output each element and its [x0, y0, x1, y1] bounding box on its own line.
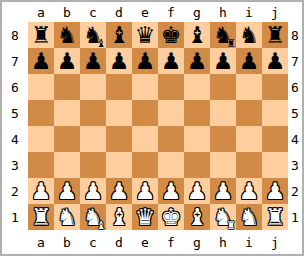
rank-label-2-right: 2 [288, 178, 302, 204]
square-g4[interactable] [184, 126, 210, 152]
rank-label-6-left: 6 [2, 74, 28, 100]
rank-label-6-right: 6 [288, 74, 302, 100]
piece-white-pawn: ♟ [187, 178, 208, 204]
square-g5[interactable] [184, 100, 210, 126]
file-label-i-top: i [236, 2, 262, 22]
square-e7[interactable]: ♟ [132, 48, 158, 74]
corner-top-left [2, 2, 28, 22]
square-a3[interactable] [28, 152, 54, 178]
corner-bottom-right [288, 230, 302, 254]
square-b2[interactable]: ♟ [54, 178, 80, 204]
rank-label-3-left: 3 [2, 152, 28, 178]
square-b5[interactable] [54, 100, 80, 126]
file-label-f-top: f [158, 2, 184, 22]
piece-black-pawn: ♟ [135, 48, 156, 74]
piece-black-knight: ♞ [57, 22, 78, 48]
square-c3[interactable] [80, 152, 106, 178]
square-f2[interactable]: ♟ [158, 178, 184, 204]
square-i8[interactable]: ♞ [236, 22, 262, 48]
file-label-b-top: b [54, 2, 80, 22]
square-e3[interactable] [132, 152, 158, 178]
file-label-c-top: c [80, 2, 106, 22]
chessboard-diagram: abcdefghij8♜♞♞♝♝♛♚♝♞♜♞♜87♟♟♟♟♟♟♟♟♟♟76655… [0, 0, 304, 256]
piece-white-bishop: ♝ [187, 204, 208, 230]
piece-white-pawn: ♟ [31, 178, 52, 204]
corner-bottom-left [2, 230, 28, 254]
rank-label-8-right: 8 [288, 22, 302, 48]
square-h3[interactable] [210, 152, 236, 178]
square-j7[interactable]: ♟ [262, 48, 288, 74]
file-label-a-top: a [28, 2, 54, 22]
file-label-b-bottom: b [54, 230, 80, 254]
square-b3[interactable] [54, 152, 80, 178]
piece-white-queen: ♛ [135, 204, 156, 230]
square-f8[interactable]: ♚ [158, 22, 184, 48]
square-a2[interactable]: ♟ [28, 178, 54, 204]
file-label-a-bottom: a [28, 230, 54, 254]
square-d3[interactable] [106, 152, 132, 178]
square-d7[interactable]: ♟ [106, 48, 132, 74]
square-e4[interactable] [132, 126, 158, 152]
square-e2[interactable]: ♟ [132, 178, 158, 204]
square-e5[interactable] [132, 100, 158, 126]
rank-label-5-left: 5 [2, 100, 28, 126]
square-c5[interactable] [80, 100, 106, 126]
square-b4[interactable] [54, 126, 80, 152]
square-c4[interactable] [80, 126, 106, 152]
square-i2[interactable]: ♟ [236, 178, 262, 204]
piece-black-pawn: ♟ [31, 48, 52, 74]
piece-black-queen: ♛ [135, 22, 156, 48]
piece-white-pawn: ♟ [239, 178, 260, 204]
rank-label-3-right: 3 [288, 152, 302, 178]
piece-white-knight: ♞ [57, 204, 78, 230]
square-a5[interactable] [28, 100, 54, 126]
square-d1[interactable]: ♝ [106, 204, 132, 230]
rank-label-7-left: 7 [2, 48, 28, 74]
file-label-f-bottom: f [158, 230, 184, 254]
file-label-g-bottom: g [184, 230, 210, 254]
square-j3[interactable] [262, 152, 288, 178]
rank-label-8-left: 8 [2, 22, 28, 48]
square-h7[interactable]: ♟ [210, 48, 236, 74]
square-i6[interactable] [236, 74, 262, 100]
file-label-c-bottom: c [80, 230, 106, 254]
square-h6[interactable] [210, 74, 236, 100]
square-d6[interactable] [106, 74, 132, 100]
piece-white-pawn: ♟ [57, 178, 78, 204]
chancellor-badge-icon: ♜ [226, 38, 236, 48]
file-label-g-top: g [184, 2, 210, 22]
square-g1[interactable]: ♝ [184, 204, 210, 230]
square-h5[interactable] [210, 100, 236, 126]
file-label-j-bottom: j [262, 230, 288, 254]
square-i4[interactable] [236, 126, 262, 152]
square-j4[interactable] [262, 126, 288, 152]
square-h8[interactable]: ♞♜ [210, 22, 236, 48]
square-a6[interactable] [28, 74, 54, 100]
file-label-e-bottom: e [132, 230, 158, 254]
piece-white-pawn: ♟ [109, 178, 130, 204]
piece-black-bishop: ♝ [109, 22, 130, 48]
piece-black-pawn: ♟ [213, 48, 234, 74]
square-b6[interactable] [54, 74, 80, 100]
square-d4[interactable] [106, 126, 132, 152]
piece-black-pawn: ♟ [265, 48, 286, 74]
square-d8[interactable]: ♝ [106, 22, 132, 48]
piece-black-knight: ♞ [239, 22, 260, 48]
file-label-e-top: e [132, 2, 158, 22]
piece-black-pawn: ♟ [83, 48, 104, 74]
archbishop-badge-icon: ♝ [96, 38, 106, 48]
piece-white-rook: ♜ [265, 204, 286, 230]
square-c6[interactable] [80, 74, 106, 100]
piece-white-king: ♚ [161, 204, 182, 230]
square-f3[interactable] [158, 152, 184, 178]
square-a4[interactable] [28, 126, 54, 152]
rank-label-2-left: 2 [2, 178, 28, 204]
square-g6[interactable] [184, 74, 210, 100]
piece-black-king: ♚ [161, 22, 182, 48]
square-g2[interactable]: ♟ [184, 178, 210, 204]
rank-label-1-right: 1 [288, 204, 302, 230]
square-f1[interactable]: ♚ [158, 204, 184, 230]
square-f5[interactable] [158, 100, 184, 126]
square-e6[interactable] [132, 74, 158, 100]
square-h1[interactable]: ♞♜ [210, 204, 236, 230]
square-h4[interactable] [210, 126, 236, 152]
square-i3[interactable] [236, 152, 262, 178]
piece-black-pawn: ♟ [187, 48, 208, 74]
piece-black-rook: ♜ [31, 22, 52, 48]
chancellor-badge-icon: ♜ [226, 220, 236, 230]
square-g8[interactable]: ♝ [184, 22, 210, 48]
square-d5[interactable] [106, 100, 132, 126]
square-c7[interactable]: ♟ [80, 48, 106, 74]
square-b7[interactable]: ♟ [54, 48, 80, 74]
piece-white-pawn: ♟ [83, 178, 104, 204]
file-label-h-top: h [210, 2, 236, 22]
square-a1[interactable]: ♜ [28, 204, 54, 230]
rank-label-5-right: 5 [288, 100, 302, 126]
square-i5[interactable] [236, 100, 262, 126]
square-e8[interactable]: ♛ [132, 22, 158, 48]
square-a8[interactable]: ♜ [28, 22, 54, 48]
piece-black-pawn: ♟ [109, 48, 130, 74]
piece-white-bishop: ♝ [109, 204, 130, 230]
square-f4[interactable] [158, 126, 184, 152]
rank-label-4-right: 4 [288, 126, 302, 152]
piece-white-rook: ♜ [31, 204, 52, 230]
square-j2[interactable]: ♟ [262, 178, 288, 204]
piece-black-rook: ♜ [265, 22, 286, 48]
archbishop-badge-icon: ♝ [96, 220, 106, 230]
piece-white-knight: ♞ [239, 204, 260, 230]
square-i1[interactable]: ♞ [236, 204, 262, 230]
corner-top-right [288, 2, 302, 22]
square-j1[interactable]: ♜ [262, 204, 288, 230]
square-c2[interactable]: ♟ [80, 178, 106, 204]
square-c1[interactable]: ♞♝ [80, 204, 106, 230]
square-f7[interactable]: ♟ [158, 48, 184, 74]
square-b1[interactable]: ♞ [54, 204, 80, 230]
piece-black-pawn: ♟ [161, 48, 182, 74]
square-h2[interactable]: ♟ [210, 178, 236, 204]
rank-label-4-left: 4 [2, 126, 28, 152]
file-label-d-bottom: d [106, 230, 132, 254]
rank-label-1-left: 1 [2, 204, 28, 230]
file-label-i-bottom: i [236, 230, 262, 254]
square-a7[interactable]: ♟ [28, 48, 54, 74]
square-i7[interactable]: ♟ [236, 48, 262, 74]
piece-black-pawn: ♟ [239, 48, 260, 74]
piece-white-pawn: ♟ [135, 178, 156, 204]
piece-white-pawn: ♟ [213, 178, 234, 204]
square-g7[interactable]: ♟ [184, 48, 210, 74]
piece-black-bishop: ♝ [187, 22, 208, 48]
rank-label-7-right: 7 [288, 48, 302, 74]
square-j5[interactable] [262, 100, 288, 126]
square-g3[interactable] [184, 152, 210, 178]
file-label-j-top: j [262, 2, 288, 22]
square-f6[interactable] [158, 74, 184, 100]
file-label-h-bottom: h [210, 230, 236, 254]
square-d2[interactable]: ♟ [106, 178, 132, 204]
square-b8[interactable]: ♞ [54, 22, 80, 48]
square-j8[interactable]: ♜ [262, 22, 288, 48]
square-e1[interactable]: ♛ [132, 204, 158, 230]
piece-white-pawn: ♟ [161, 178, 182, 204]
square-j6[interactable] [262, 74, 288, 100]
piece-black-pawn: ♟ [57, 48, 78, 74]
square-c8[interactable]: ♞♝ [80, 22, 106, 48]
piece-white-pawn: ♟ [265, 178, 286, 204]
file-label-d-top: d [106, 2, 132, 22]
